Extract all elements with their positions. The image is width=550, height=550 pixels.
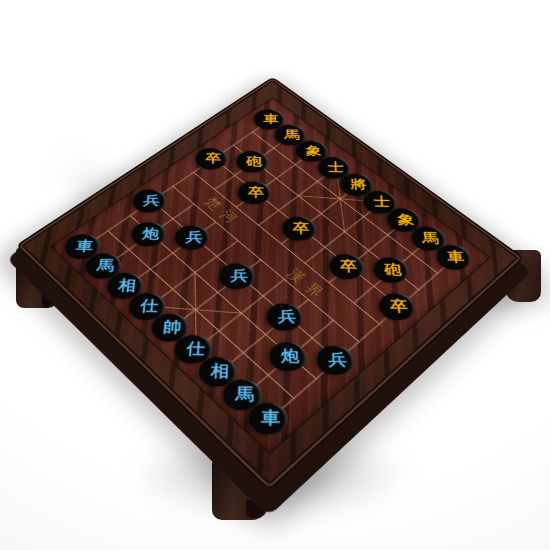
point-f7[interactable] <box>218 294 264 332</box>
point-i2[interactable] <box>396 271 441 308</box>
piece-character: 兵 <box>143 194 161 207</box>
piece-character: 卒 <box>293 222 310 235</box>
piece-gold-soldier[interactable]: 卒 <box>377 288 421 324</box>
piece-blue-advisor[interactable]: 仕 <box>127 288 171 325</box>
piece-character: 車 <box>75 239 94 253</box>
piece-character: 象 <box>306 145 322 157</box>
point-d8[interactable] <box>150 271 195 308</box>
piece-character: 相 <box>210 363 229 380</box>
piece-character: 兵 <box>185 230 203 244</box>
piece-character: 仕 <box>140 298 159 313</box>
point-i8[interactable] <box>269 377 318 420</box>
point-c8[interactable] <box>128 251 172 287</box>
point-i5[interactable] <box>335 322 382 362</box>
piece-blue-advisor[interactable]: 仕 <box>173 329 219 368</box>
piece-character: 兵 <box>328 352 347 368</box>
piece-blue-soldier[interactable]: 兵 <box>218 258 261 293</box>
piece-character: 車 <box>446 250 465 264</box>
river-label-hanjie: 漢界 <box>283 265 333 306</box>
point-g6[interactable]: 兵 <box>264 297 310 335</box>
point-h5[interactable] <box>310 301 356 340</box>
point-h4[interactable] <box>331 284 376 322</box>
piece-blue-horse[interactable]: 馬 <box>84 248 127 283</box>
board-surface: 楚河 漢界 車馬象士將士象馬車砲砲卒卒卒卒卒兵兵兵兵兵炮炮車馬相仕帥仕相馬車 <box>50 97 491 454</box>
camera-wrapper: 楚河 漢界 車馬象士將士象馬車砲砲卒卒卒卒卒兵兵兵兵兵炮炮車馬相仕帥仕相馬車 <box>0 0 550 550</box>
piece-character: 馬 <box>235 386 254 403</box>
piece-character: 馬 <box>96 258 115 272</box>
piece-character: 卒 <box>205 152 221 164</box>
point-f8[interactable] <box>195 311 242 350</box>
point-g7[interactable] <box>242 315 289 355</box>
piece-blue-elephant[interactable]: 相 <box>105 268 149 304</box>
piece-character: 卒 <box>248 186 264 199</box>
point-i7[interactable] <box>292 358 340 400</box>
point-e6[interactable]: 兵 <box>217 258 262 294</box>
piece-character: 馬 <box>421 231 439 245</box>
piece-character: 馬 <box>284 129 300 141</box>
point-f9[interactable]: 仕 <box>172 329 219 369</box>
point-h9[interactable]: 馬 <box>221 373 270 416</box>
piece-character: 仕 <box>186 341 205 357</box>
point-h8[interactable] <box>244 354 292 396</box>
piece-blue-elephant[interactable]: 相 <box>197 351 243 391</box>
table-top-frame: 楚河 漢界 車馬象士將士象馬車砲砲卒卒卒卒卒兵兵兵兵兵炮炮車馬相仕帥仕相馬車 <box>15 77 524 492</box>
piece-character: 相 <box>118 278 137 293</box>
piece-character: 卒 <box>340 259 358 273</box>
piece-blue-soldier[interactable]: 兵 <box>265 298 309 335</box>
board-grid: 車馬象士將士象馬車砲砲卒卒卒卒卒兵兵兵兵兵炮炮車馬相仕帥仕相馬車 <box>63 105 478 440</box>
point-g9[interactable]: 相 <box>196 351 244 393</box>
point-h7[interactable]: 炮 <box>267 336 314 377</box>
piece-character: 兵 <box>230 268 248 282</box>
piece-blue-general[interactable]: 帥 <box>150 308 195 346</box>
point-g5[interactable] <box>285 281 330 318</box>
piece-character: 將 <box>350 178 367 191</box>
point-e8[interactable] <box>172 291 218 329</box>
piece-character: 士 <box>373 195 390 208</box>
point-b9[interactable]: 馬 <box>84 248 128 284</box>
piece-blue-horse[interactable]: 馬 <box>221 374 268 416</box>
point-g8[interactable] <box>219 332 266 373</box>
piece-character: 砲 <box>246 155 262 167</box>
piece-blue-cannon[interactable]: 炮 <box>267 337 313 376</box>
point-i9[interactable]: 車 <box>246 396 295 440</box>
point-d7[interactable] <box>172 254 217 290</box>
piece-character: 卒 <box>390 299 409 314</box>
piece-character: 砲 <box>384 262 402 276</box>
photo-scene: 楚河 漢界 車馬象士將士象馬車砲砲卒卒卒卒卒兵兵兵兵兵炮炮車馬相仕帥仕相馬車 <box>0 0 550 550</box>
point-e9[interactable]: 帥 <box>149 308 195 347</box>
piece-blue-chariot[interactable]: 車 <box>247 397 295 440</box>
piece-blue-soldier[interactable]: 兵 <box>315 340 361 379</box>
point-e7[interactable] <box>195 274 240 311</box>
piece-character: 兵 <box>278 309 296 324</box>
point-i3[interactable]: 卒 <box>376 288 422 326</box>
point-g4[interactable] <box>306 264 351 301</box>
point-i6[interactable]: 兵 <box>314 340 361 381</box>
point-i4[interactable] <box>356 304 402 343</box>
piece-character: 炮 <box>281 348 299 364</box>
piece-character: 士 <box>328 161 344 173</box>
point-f5[interactable] <box>262 261 307 297</box>
piece-character: 炮 <box>142 227 160 241</box>
piece-character: 車 <box>263 113 278 124</box>
piece-character: 象 <box>397 213 415 226</box>
point-h6[interactable] <box>289 318 336 358</box>
point-c9[interactable]: 相 <box>105 267 150 304</box>
point-f6[interactable] <box>240 277 285 314</box>
piece-character: 車 <box>261 409 280 427</box>
point-h3[interactable] <box>351 268 396 305</box>
point-d9[interactable]: 仕 <box>127 287 173 325</box>
piece-character: 帥 <box>163 319 182 335</box>
